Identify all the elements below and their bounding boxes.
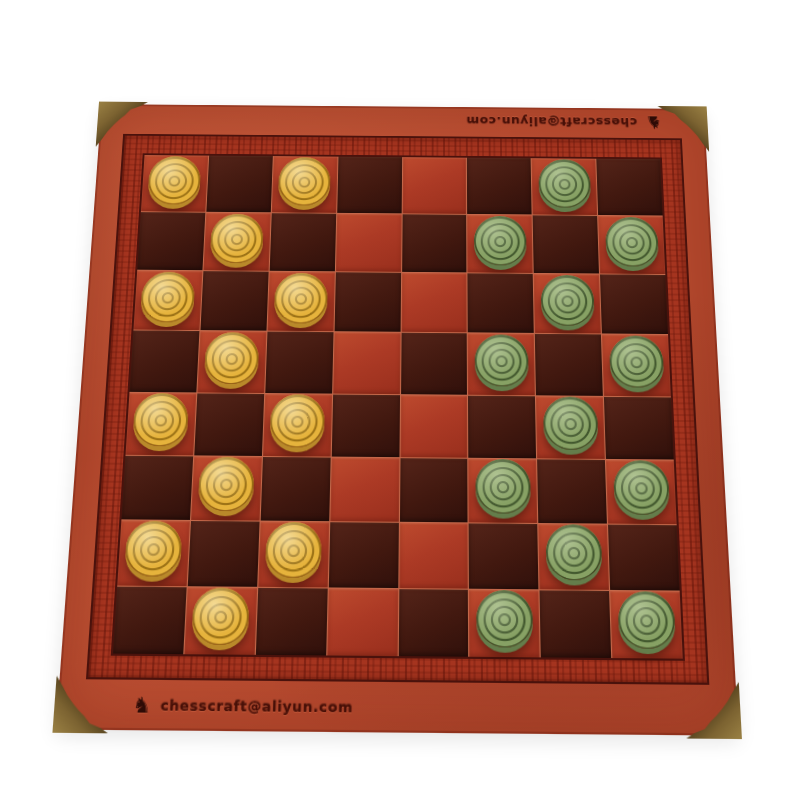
square-r4c8 xyxy=(602,335,671,396)
checker-piece-green xyxy=(474,215,527,265)
square-r3c2 xyxy=(200,271,268,331)
square-r3c4 xyxy=(334,272,400,332)
square-r2c1 xyxy=(137,212,205,270)
checker-piece-green xyxy=(617,592,676,650)
square-r1c4 xyxy=(337,157,402,214)
square-r4c6 xyxy=(468,334,535,395)
square-r7c8 xyxy=(608,524,680,590)
checker-piece-yellow xyxy=(198,457,255,512)
square-r8c7 xyxy=(540,590,612,658)
square-r8c5 xyxy=(398,589,468,657)
square-r8c6 xyxy=(469,590,540,658)
square-r8c2 xyxy=(184,587,257,655)
checker-piece-green xyxy=(543,396,599,450)
checker-piece-green xyxy=(475,459,531,514)
square-r6c1 xyxy=(121,455,193,519)
checker-piece-yellow xyxy=(210,213,264,263)
square-r3c8 xyxy=(600,275,668,335)
square-r1c3 xyxy=(272,156,338,213)
checker-piece-yellow xyxy=(191,588,250,646)
checker-piece-yellow xyxy=(204,332,260,384)
square-r1c1 xyxy=(141,155,208,212)
checker-piece-green xyxy=(540,275,594,326)
checker-piece-yellow xyxy=(133,393,190,446)
square-r1c7 xyxy=(532,158,597,215)
square-r4c4 xyxy=(333,333,400,394)
square-r8c3 xyxy=(256,588,328,656)
square-r3c5 xyxy=(401,273,467,333)
brand-label-top: ♞ chesscraft@aliyun.com xyxy=(466,112,663,131)
knight-chess-icon: ♞ xyxy=(644,114,662,132)
square-r5c5 xyxy=(400,395,468,458)
brass-corner-bottom-left-icon xyxy=(52,676,111,734)
square-r2c8 xyxy=(598,216,665,274)
square-r6c5 xyxy=(399,458,468,522)
square-r6c8 xyxy=(606,460,677,524)
checker-piece-green xyxy=(608,335,664,387)
square-r2c5 xyxy=(402,214,467,272)
board-mat: ♞ chesscraft@aliyun.com ♞ chesscraft@ali… xyxy=(56,104,739,736)
square-r6c6 xyxy=(469,458,538,522)
square-r8c1 xyxy=(113,587,187,655)
checker-piece-green xyxy=(538,159,591,208)
square-r3c6 xyxy=(468,274,534,334)
checker-piece-green xyxy=(476,590,533,648)
square-r5c2 xyxy=(194,393,264,456)
square-r4c7 xyxy=(535,334,603,395)
square-r7c1 xyxy=(117,520,190,586)
checker-piece-yellow xyxy=(124,521,183,577)
square-r7c3 xyxy=(258,521,329,587)
square-r4c5 xyxy=(401,333,468,394)
square-r3c7 xyxy=(534,274,601,334)
square-r7c5 xyxy=(399,523,468,589)
brand-label-bottom: ♞ chesscraft@aliyun.com xyxy=(132,694,353,718)
checker-piece-green xyxy=(613,460,670,515)
square-r4c3 xyxy=(265,332,333,393)
knight-chess-icon: ♞ xyxy=(132,694,153,716)
checker-piece-yellow xyxy=(265,522,322,578)
scene: ♞ chesscraft@aliyun.com ♞ chesscraft@ali… xyxy=(0,0,800,800)
brass-corner-bottom-right-icon xyxy=(684,681,742,739)
checker-piece-yellow xyxy=(270,394,326,448)
square-r6c3 xyxy=(260,457,330,521)
square-r6c4 xyxy=(330,457,399,521)
square-r1c5 xyxy=(402,157,466,214)
square-r1c6 xyxy=(467,158,532,215)
square-r2c6 xyxy=(467,215,532,273)
brand-label-top-text: chesscraft@aliyun.com xyxy=(466,114,638,128)
square-r4c1 xyxy=(130,331,200,392)
square-r5c7 xyxy=(536,396,605,459)
brand-label-bottom-text: chesscraft@aliyun.com xyxy=(160,697,353,715)
square-r2c7 xyxy=(533,215,599,273)
checker-piece-yellow xyxy=(148,156,202,204)
square-r2c3 xyxy=(269,213,335,271)
checker-piece-green xyxy=(474,334,528,386)
square-r6c7 xyxy=(537,459,607,523)
square-r2c2 xyxy=(203,213,270,271)
square-r5c8 xyxy=(604,396,674,459)
square-r3c1 xyxy=(133,271,202,331)
checker-piece-green xyxy=(604,217,658,267)
square-r5c3 xyxy=(263,393,332,456)
checkerboard xyxy=(111,153,685,661)
square-r5c4 xyxy=(331,394,399,457)
checker-piece-yellow xyxy=(278,157,331,206)
square-r1c2 xyxy=(206,156,272,213)
square-r6c2 xyxy=(191,456,262,520)
square-r7c4 xyxy=(328,522,398,588)
square-r5c6 xyxy=(468,395,536,458)
square-r2c4 xyxy=(336,214,402,272)
square-r5c1 xyxy=(126,392,197,455)
checker-piece-yellow xyxy=(274,272,328,323)
square-r7c2 xyxy=(188,521,260,587)
square-r8c4 xyxy=(327,588,398,656)
embossed-border-frame xyxy=(86,134,709,685)
square-r1c8 xyxy=(596,159,662,216)
checker-piece-yellow xyxy=(140,271,196,322)
square-r7c6 xyxy=(469,523,539,589)
square-r8c8 xyxy=(610,591,683,659)
square-r4c2 xyxy=(197,331,266,392)
checker-piece-green xyxy=(545,524,602,580)
square-r3c3 xyxy=(267,272,334,332)
square-r7c7 xyxy=(539,524,610,590)
